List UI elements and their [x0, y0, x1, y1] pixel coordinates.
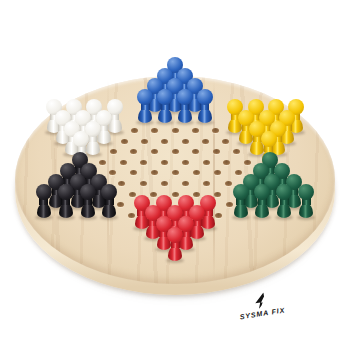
peg-body [234, 203, 248, 218]
peg-head [73, 131, 89, 147]
peg-green[interactable] [297, 184, 315, 218]
brand-logo: SYSMA FIX [237, 287, 311, 330]
hole[interactable] [202, 139, 209, 144]
hole[interactable] [161, 160, 168, 165]
hole[interactable] [182, 160, 189, 165]
hole[interactable] [203, 160, 210, 165]
hole[interactable] [121, 139, 128, 144]
peg-head [101, 184, 117, 200]
hole[interactable] [141, 139, 148, 144]
peg-body [277, 203, 291, 218]
peg-head [157, 89, 173, 105]
peg-body [81, 203, 95, 218]
hole[interactable] [99, 160, 106, 165]
brand-lightning-4-icon [253, 292, 269, 310]
peg-head [254, 184, 270, 200]
hole[interactable] [130, 170, 137, 175]
peg-head [137, 89, 153, 105]
hole[interactable] [225, 181, 232, 186]
hole[interactable] [161, 139, 168, 144]
peg-blue[interactable] [176, 89, 194, 123]
peg-black[interactable] [57, 184, 75, 218]
peg-green[interactable] [253, 184, 271, 218]
hole[interactable] [172, 149, 179, 154]
hole[interactable] [182, 139, 189, 144]
hole[interactable] [151, 170, 158, 175]
peg-head [80, 184, 96, 200]
peg-red[interactable] [166, 227, 184, 261]
hole[interactable] [151, 149, 158, 154]
peg-body [59, 203, 73, 218]
peg-body [138, 108, 152, 123]
hole[interactable] [161, 181, 168, 186]
hole[interactable] [182, 181, 189, 186]
peg-green[interactable] [232, 184, 250, 218]
hole[interactable] [222, 139, 229, 144]
peg-body [102, 203, 116, 218]
peg-body [198, 108, 212, 123]
hole[interactable] [131, 128, 138, 133]
hole[interactable] [193, 170, 200, 175]
hole[interactable] [109, 170, 116, 175]
hole[interactable] [172, 170, 179, 175]
peg-body [178, 108, 192, 123]
product-photo: SYSMA FIX [0, 0, 350, 350]
hole[interactable] [192, 128, 199, 133]
hole[interactable] [140, 160, 147, 165]
hole[interactable] [212, 128, 219, 133]
peg-body [168, 246, 182, 261]
hole[interactable] [110, 149, 117, 154]
hole[interactable] [214, 170, 221, 175]
brand-text: SYSMA FIX [239, 303, 309, 321]
peg-blue[interactable] [136, 89, 154, 123]
hole[interactable] [213, 149, 220, 154]
peg-head [261, 131, 277, 147]
hole[interactable] [172, 128, 179, 133]
peg-head [167, 227, 183, 243]
hole[interactable] [235, 170, 242, 175]
peg-head [276, 184, 292, 200]
peg-blue[interactable] [156, 89, 174, 123]
hole[interactable] [244, 160, 251, 165]
peg-body [255, 203, 269, 218]
peg-head [233, 184, 249, 200]
peg-head [298, 184, 314, 200]
hole[interactable] [120, 160, 127, 165]
peg-head [58, 184, 74, 200]
peg-head [177, 89, 193, 105]
hole[interactable] [140, 181, 147, 186]
peg-blue[interactable] [196, 89, 214, 123]
peg-body [158, 108, 172, 123]
peg-head [197, 89, 213, 105]
peg-body [299, 203, 313, 218]
peg-body [37, 203, 51, 218]
peg-head [36, 184, 52, 200]
peg-green[interactable] [275, 184, 293, 218]
peg-black[interactable] [35, 184, 53, 218]
peg-black[interactable] [79, 184, 97, 218]
peg-black[interactable] [100, 184, 118, 218]
